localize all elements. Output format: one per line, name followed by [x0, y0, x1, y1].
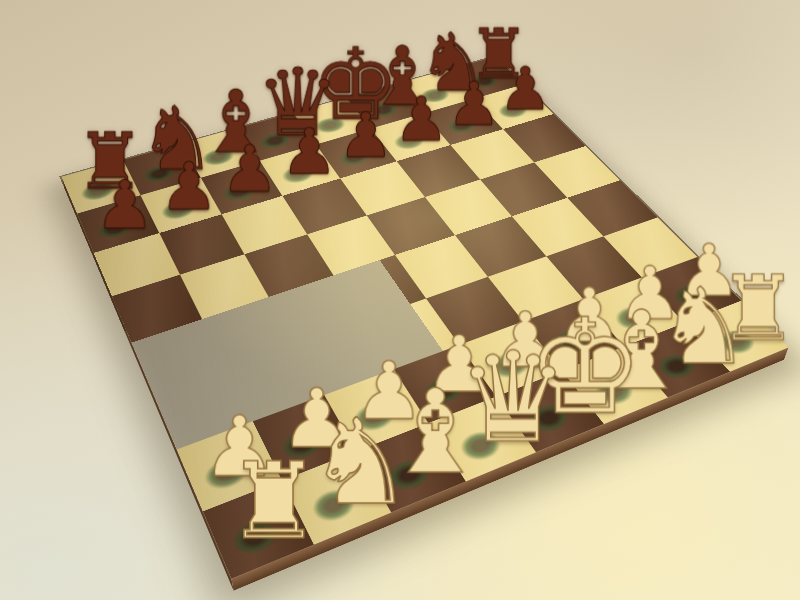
piece-black-pawn-g7[interactable]: ♟ — [444, 74, 504, 134]
piece-black-pawn-a7[interactable]: ♟ — [92, 172, 158, 239]
piece-black-pawn-f7[interactable]: ♟ — [391, 89, 452, 150]
photo-scene: ♜♞♝♛♚♝♞♜♟♟♟♟♟♟♟♟♟♟♟♟♟♟♟♟♜♞♝♛♚♝♞♜ — [0, 0, 800, 600]
piece-white-rook-a1[interactable]: ♜ — [226, 449, 313, 555]
piece-black-pawn-d7[interactable]: ♟ — [278, 120, 341, 183]
piece-black-pawn-c7[interactable]: ♟ — [218, 137, 282, 201]
piece-black-pawn-h7[interactable]: ♟ — [496, 60, 555, 119]
chess-board: ♜♞♝♛♚♝♞♜♟♟♟♟♟♟♟♟♟♟♟♟♟♟♟♟♜♞♝♛♚♝♞♜ — [62, 56, 789, 579]
piece-black-pawn-e7[interactable]: ♟ — [335, 104, 397, 166]
piece-black-pawn-b7[interactable]: ♟ — [156, 154, 221, 220]
